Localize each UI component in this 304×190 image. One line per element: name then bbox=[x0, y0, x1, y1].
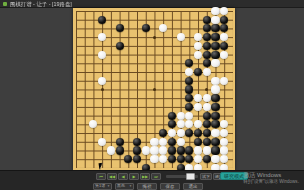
black-stone bbox=[203, 42, 211, 50]
black-stone bbox=[133, 146, 141, 154]
white-stone bbox=[159, 146, 167, 154]
black-stone bbox=[185, 94, 193, 102]
windows-activation-watermark: 激活 Windows 转到"设置"以激活 Windows。 bbox=[243, 172, 302, 184]
white-stone bbox=[98, 77, 106, 85]
white-stone bbox=[194, 120, 202, 128]
black-stone bbox=[211, 42, 219, 50]
black-stone bbox=[133, 138, 141, 146]
black-stone bbox=[116, 24, 124, 32]
black-stone bbox=[203, 33, 211, 41]
white-stone bbox=[211, 129, 219, 137]
nav-button-3[interactable]: ▶ bbox=[129, 173, 139, 180]
black-stone bbox=[168, 138, 176, 146]
black-stone bbox=[211, 120, 219, 128]
white-stone bbox=[142, 146, 150, 154]
white-stone bbox=[203, 94, 211, 102]
white-stone bbox=[177, 112, 185, 120]
black-stone bbox=[211, 51, 219, 59]
white-stone bbox=[150, 146, 158, 154]
black-stone bbox=[203, 51, 211, 59]
black-stone bbox=[124, 155, 132, 163]
white-stone bbox=[220, 120, 228, 128]
white-stone bbox=[177, 120, 185, 128]
white-stone bbox=[185, 68, 193, 76]
black-stone bbox=[168, 120, 176, 128]
white-stone bbox=[194, 33, 202, 41]
black-stone bbox=[203, 112, 211, 120]
go-board[interactable] bbox=[73, 8, 235, 170]
white-stone bbox=[211, 155, 219, 163]
white-stone bbox=[194, 146, 202, 154]
black-stone bbox=[185, 146, 193, 154]
stones-layer bbox=[72, 7, 238, 173]
black-stone bbox=[98, 16, 106, 24]
white-stone bbox=[220, 77, 228, 85]
black-stone bbox=[220, 42, 228, 50]
white-stone bbox=[220, 51, 228, 59]
black-stone bbox=[203, 138, 211, 146]
chevron-down-icon: ▼ bbox=[129, 183, 132, 189]
white-stone bbox=[168, 129, 176, 137]
white-stone bbox=[194, 51, 202, 59]
move-slider[interactable] bbox=[166, 175, 198, 178]
undo-button[interactable]: 悔棋 bbox=[137, 183, 157, 190]
black-stone bbox=[194, 129, 202, 137]
black-stone bbox=[203, 120, 211, 128]
white-stone bbox=[211, 77, 219, 85]
white-stone bbox=[159, 138, 167, 146]
save-button[interactable]: 保存 bbox=[160, 183, 180, 190]
black-stone bbox=[185, 85, 193, 93]
white-stone bbox=[159, 24, 167, 32]
white-stone bbox=[185, 120, 193, 128]
white-stone bbox=[220, 138, 228, 146]
black-stone bbox=[177, 155, 185, 163]
white-stone bbox=[203, 103, 211, 111]
nav-button-5[interactable]: ⏭ bbox=[151, 173, 161, 180]
black-stone bbox=[203, 129, 211, 137]
white-stone bbox=[177, 33, 185, 41]
nav-button-1[interactable]: ◀◀ bbox=[107, 173, 117, 180]
black-stone bbox=[211, 138, 219, 146]
black-stone bbox=[116, 138, 124, 146]
black-stone bbox=[203, 24, 211, 32]
black-stone bbox=[211, 94, 219, 102]
white-stone bbox=[203, 146, 211, 154]
white-stone bbox=[98, 51, 106, 59]
white-stone bbox=[194, 94, 202, 102]
black-stone bbox=[211, 146, 219, 154]
record-select[interactable]: 第1谱▼ bbox=[93, 183, 112, 190]
white-stone bbox=[98, 138, 106, 146]
white-stone bbox=[211, 59, 219, 67]
white-stone bbox=[220, 33, 228, 41]
try-move-button[interactable]: 试下 bbox=[200, 173, 212, 180]
chevron-down-icon: ▼ bbox=[107, 183, 110, 189]
slider-thumb[interactable] bbox=[186, 173, 195, 180]
white-stone bbox=[89, 120, 97, 128]
nav-button-0[interactable]: ⏮ bbox=[96, 173, 106, 180]
white-stone bbox=[220, 146, 228, 154]
app-icon bbox=[3, 2, 7, 6]
black-stone bbox=[168, 155, 176, 163]
white-stone bbox=[220, 7, 228, 15]
black-stone bbox=[220, 16, 228, 24]
black-stone bbox=[194, 68, 202, 76]
black-stone bbox=[177, 146, 185, 154]
white-stone bbox=[194, 42, 202, 50]
white-stone bbox=[177, 138, 185, 146]
secondary-controls: 第1谱▼ 黑先▼ 悔棋 保存 退出 bbox=[93, 182, 203, 190]
black-stone bbox=[211, 103, 219, 111]
white-stone bbox=[98, 33, 106, 41]
black-stone bbox=[194, 138, 202, 146]
black-stone bbox=[185, 59, 193, 67]
black-stone bbox=[211, 33, 219, 41]
black-stone bbox=[203, 16, 211, 24]
go-app-window: 围棋打谱 - 让子 - [19路盘] ⏮◀◀◀▶▶▶⏭ 试下 还原 研究模式 第… bbox=[0, 0, 304, 190]
nav-button-2[interactable]: ◀ bbox=[118, 173, 128, 180]
white-stone bbox=[185, 112, 193, 120]
white-stone bbox=[177, 129, 185, 137]
black-stone bbox=[168, 112, 176, 120]
white-stone bbox=[203, 68, 211, 76]
window-title: 围棋打谱 - 让子 - [19路盘] bbox=[10, 1, 72, 6]
move-navigation: ⏮◀◀◀▶▶▶⏭ bbox=[96, 173, 161, 180]
black-stone bbox=[220, 24, 228, 32]
black-stone bbox=[168, 146, 176, 154]
black-stone bbox=[142, 24, 150, 32]
black-stone bbox=[185, 103, 193, 111]
white-stone bbox=[107, 146, 115, 154]
white-stone bbox=[194, 155, 202, 163]
black-stone bbox=[185, 77, 193, 85]
white-stone bbox=[220, 129, 228, 137]
black-stone bbox=[211, 112, 219, 120]
exit-button[interactable]: 退出 bbox=[183, 183, 203, 190]
black-stone bbox=[159, 129, 167, 137]
white-stone bbox=[211, 85, 219, 93]
white-stone bbox=[150, 155, 158, 163]
black-stone bbox=[211, 24, 219, 32]
black-stone bbox=[185, 129, 193, 137]
black-stone bbox=[203, 155, 211, 163]
nav-button-4[interactable]: ▶▶ bbox=[140, 173, 150, 180]
white-stone bbox=[220, 155, 228, 163]
white-stone bbox=[194, 103, 202, 111]
black-stone bbox=[185, 155, 193, 163]
black-stone bbox=[116, 146, 124, 154]
black-stone bbox=[133, 155, 141, 163]
color-select[interactable]: 黑先▼ bbox=[115, 183, 134, 190]
white-stone bbox=[159, 155, 167, 163]
white-stone bbox=[150, 138, 158, 146]
black-stone bbox=[116, 42, 124, 50]
white-stone bbox=[211, 7, 219, 15]
black-stone bbox=[203, 59, 211, 67]
white-stone bbox=[211, 16, 219, 24]
